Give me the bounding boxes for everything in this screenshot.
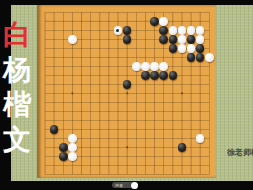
- white-stone-14-2: [169, 26, 178, 35]
- top-letterbox: [0, 0, 253, 5]
- white-stone-3-16: [68, 152, 77, 161]
- last-move-marker: [116, 29, 119, 32]
- black-stone-2-16: [59, 152, 68, 161]
- color-label-white: 白: [0, 17, 34, 52]
- go-board: [38, 5, 216, 178]
- white-stone-10-6: [132, 62, 141, 71]
- black-stone-13-3: [159, 35, 168, 44]
- white-stone-13-6: [159, 62, 168, 71]
- black-stone-2-15: [59, 143, 68, 152]
- player-name-char-1: 杨: [0, 52, 34, 87]
- player-name-sidebar: 白 杨 楷 文: [0, 17, 34, 157]
- white-stone-11-6: [141, 62, 150, 71]
- white-stone-15-4: [178, 44, 187, 53]
- white-stone-17-14: [196, 134, 205, 143]
- black-stone-12-7: [150, 71, 159, 80]
- danmaku-toggle[interactable]: 弹幕: [112, 182, 138, 188]
- player-name-char-2: 楷: [0, 87, 34, 122]
- black-stone-9-3: [123, 35, 132, 44]
- black-stone-14-3: [169, 35, 178, 44]
- black-stone-16-5: [187, 53, 196, 62]
- black-stone-12-1: [150, 17, 159, 26]
- black-stone-14-7: [169, 71, 178, 80]
- white-stone-18-5: [205, 53, 214, 62]
- black-stone-9-2: [123, 26, 132, 35]
- black-stone-16-3: [187, 35, 196, 44]
- white-stone-3-15: [68, 143, 77, 152]
- white-stone-8-2: [114, 26, 123, 35]
- black-stone-1-13: [50, 125, 59, 134]
- white-stone-16-4: [187, 44, 196, 53]
- white-stone-3-14: [68, 134, 77, 143]
- video-frame: 白 杨 楷 文 徐老师棋 弹幕: [0, 0, 253, 190]
- player-name-char-3: 文: [0, 122, 34, 157]
- black-stone-13-2: [159, 26, 168, 35]
- white-stone-3-3: [68, 35, 77, 44]
- danmaku-toggle-knob[interactable]: [131, 182, 138, 189]
- white-stone-17-2: [196, 26, 205, 35]
- black-stone-13-7: [159, 71, 168, 80]
- teacher-watermark: 徐老师棋: [227, 147, 253, 158]
- black-stone-15-15: [178, 143, 187, 152]
- white-stone-17-3: [196, 35, 205, 44]
- white-stone-13-1: [159, 17, 168, 26]
- black-stone-17-5: [196, 53, 205, 62]
- black-stone-14-4: [169, 44, 178, 53]
- white-stone-16-2: [187, 26, 196, 35]
- white-stone-15-2: [178, 26, 187, 35]
- black-stone-17-4: [196, 44, 205, 53]
- black-stone-11-7: [141, 71, 150, 80]
- white-stone-12-6: [150, 62, 159, 71]
- danmaku-toggle-label: 弹幕: [115, 183, 123, 188]
- white-stone-15-3: [178, 35, 187, 44]
- black-stone-9-8: [123, 80, 132, 89]
